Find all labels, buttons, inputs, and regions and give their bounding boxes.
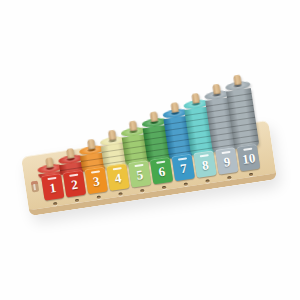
peg-hole [205, 179, 209, 183]
wooden-peg [170, 102, 178, 113]
peg-hole [97, 195, 101, 199]
peg-hole [162, 186, 166, 190]
wooden-peg [233, 75, 241, 86]
hole-slot [45, 201, 65, 207]
number-tile-8: 8 [193, 150, 216, 178]
tile-number: 2 [64, 175, 86, 195]
tile-number: 8 [194, 155, 216, 175]
number-tile-10: 10 [237, 144, 260, 172]
hole-slot [67, 198, 87, 204]
wooden-peg [108, 130, 116, 141]
wooden-peg [149, 111, 157, 122]
peg-hole [140, 189, 144, 193]
number-tile-6: 6 [150, 157, 173, 185]
tile-number: 9 [216, 152, 238, 172]
peg-hole [118, 192, 122, 196]
wooden-peg [212, 84, 220, 95]
hole-slot [176, 181, 196, 187]
brand-stamp-icon [31, 181, 40, 193]
wooden-peg [45, 157, 53, 168]
wooden-peg [191, 93, 199, 104]
tile-number: 5 [129, 165, 151, 185]
peg-hole [53, 202, 57, 206]
number-tile-7: 7 [172, 154, 195, 182]
product-photo: 12345678910 [0, 0, 300, 300]
peg-hole [249, 173, 253, 177]
hole-slot [154, 185, 174, 191]
peg-hole [75, 199, 79, 203]
tile-number: 6 [151, 162, 173, 182]
counting-board: 12345678910 [21, 120, 277, 216]
peg-hole [184, 182, 188, 186]
tile-number: 3 [85, 172, 107, 192]
peg-hole [227, 176, 231, 180]
number-tile-4: 4 [106, 163, 129, 191]
hole-slot [132, 188, 152, 194]
wooden-peg [128, 120, 136, 131]
number-tile-1: 1 [41, 173, 64, 201]
hole-slot [197, 178, 217, 184]
hole-slot [219, 175, 239, 181]
hole-slot [110, 191, 130, 197]
number-tile-5: 5 [128, 160, 151, 188]
tile-number: 1 [42, 178, 64, 198]
hole-slot [241, 172, 261, 178]
hole-slot [89, 194, 109, 200]
wooden-peg [87, 139, 95, 150]
tile-number: 4 [107, 168, 129, 188]
tile-number: 10 [238, 149, 260, 169]
wooden-peg [66, 148, 74, 159]
number-tile-9: 9 [215, 147, 238, 175]
number-tile-2: 2 [63, 170, 86, 198]
number-tile-3: 3 [85, 167, 108, 195]
tile-number: 7 [172, 159, 194, 179]
